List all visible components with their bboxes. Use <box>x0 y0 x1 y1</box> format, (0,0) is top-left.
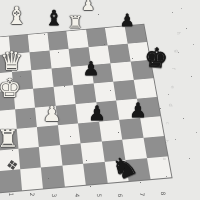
white-pawn[interactable]: ♟ <box>82 0 95 13</box>
square[interactable] <box>146 156 171 179</box>
square[interactable] <box>30 51 52 71</box>
square[interactable] <box>51 67 73 87</box>
square[interactable] <box>60 143 83 165</box>
square[interactable] <box>86 28 108 47</box>
black-pawn[interactable]: ♟ <box>129 100 147 120</box>
square[interactable] <box>16 127 39 149</box>
square[interactable] <box>93 82 116 103</box>
rank-label: 8 <box>160 192 167 196</box>
white-queen[interactable]: ♛ <box>0 48 23 74</box>
square[interactable] <box>66 30 88 49</box>
file-label: c <box>165 122 171 125</box>
black-pawn[interactable]: ♟ <box>83 59 100 78</box>
square[interactable] <box>39 145 62 167</box>
white-pawn[interactable]: ♟ <box>43 104 62 125</box>
square[interactable] <box>62 164 86 187</box>
file-label: e <box>170 85 176 88</box>
rank-label: 6 <box>117 194 124 198</box>
white-rook[interactable]: ♜ <box>0 127 19 151</box>
square[interactable] <box>41 166 64 189</box>
square[interactable] <box>47 31 69 50</box>
black-pawn[interactable]: ♟ <box>120 12 135 29</box>
white-king[interactable]: ♚ <box>0 75 21 101</box>
white-bishop[interactable]: ♝ <box>6 4 28 28</box>
square[interactable] <box>81 142 105 164</box>
square[interactable] <box>18 147 41 169</box>
rank-label: 2 <box>29 193 36 197</box>
file-label: f <box>171 68 177 70</box>
rank-label: 3 <box>51 194 58 198</box>
rank-label: 1 <box>8 193 15 197</box>
board-logo-stamp: ❖ <box>5 157 20 173</box>
rank-label: 4 <box>74 194 81 198</box>
square[interactable] <box>57 123 80 145</box>
file-label: d <box>168 103 174 106</box>
file-label: h <box>176 31 182 34</box>
rank-label: 7 <box>139 193 146 197</box>
photo-of-chessboard: ♟♝♝♜♟♛♟♚♚♟♟♟♜♞ 12345678hgfedcba ❖ <box>0 0 200 200</box>
film-grain-speckles <box>0 0 1 1</box>
square[interactable] <box>37 125 60 147</box>
square[interactable] <box>28 33 49 52</box>
square[interactable] <box>20 167 43 190</box>
black-king[interactable]: ♚ <box>142 43 168 72</box>
square[interactable] <box>49 49 71 69</box>
square[interactable] <box>31 69 53 89</box>
white-rook[interactable]: ♜ <box>68 14 83 31</box>
square[interactable] <box>133 78 156 99</box>
rank-label: 5 <box>96 194 103 198</box>
square[interactable] <box>143 136 168 158</box>
file-label: g <box>174 49 180 52</box>
black-bishop[interactable]: ♝ <box>45 8 64 29</box>
square[interactable] <box>83 162 107 185</box>
black-pawn[interactable]: ♟ <box>88 103 106 123</box>
